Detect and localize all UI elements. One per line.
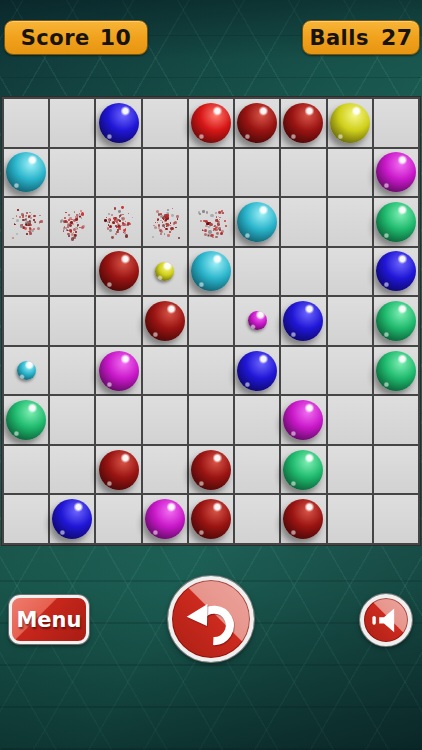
- explosion-debris-dot: [224, 220, 226, 222]
- explosion-debris-dot: [152, 236, 154, 238]
- cell-r3-c1[interactable]: [4, 198, 48, 246]
- cell-r6-c1[interactable]: [4, 347, 48, 395]
- explosion-debris-dot: [76, 222, 78, 224]
- score-value: 10: [100, 25, 132, 50]
- explosion-debris-dot: [127, 223, 130, 226]
- ball-dark-red[interactable]: [283, 103, 323, 143]
- ball-magenta[interactable]: [283, 400, 323, 440]
- cell-r7-c8[interactable]: [328, 396, 372, 444]
- explosion-debris-dot: [25, 215, 27, 217]
- explosion-debris-dot: [71, 237, 74, 240]
- cell-r2-c5[interactable]: [189, 149, 233, 197]
- cell-r2-c6[interactable]: [235, 149, 279, 197]
- explosion-debris-dot: [74, 211, 76, 213]
- game-screen: Score 10 Balls 27 Menu: [0, 0, 422, 750]
- cell-r9-c7[interactable]: [281, 495, 325, 543]
- cell-r1-c7[interactable]: [281, 99, 325, 147]
- explosion-debris-dot: [82, 225, 85, 228]
- ball-dark-red[interactable]: [99, 450, 139, 490]
- explosion-debris-dot: [200, 220, 202, 222]
- ball-blue[interactable]: [52, 499, 92, 539]
- explosion-debris-dot: [220, 232, 223, 235]
- explosion-debris-dot: [16, 233, 18, 235]
- explosion-debris-dot: [74, 234, 76, 236]
- ball-cyan[interactable]: [191, 251, 231, 291]
- undo-arrow-icon: [182, 590, 240, 648]
- cell-r6-c8[interactable]: [328, 347, 372, 395]
- explosion-debris-dot: [111, 214, 114, 217]
- explosion-debris-dot: [214, 225, 216, 227]
- cell-r3-c8[interactable]: [328, 198, 372, 246]
- cell-r4-c6[interactable]: [235, 248, 279, 296]
- cell-r4-c5[interactable]: [189, 248, 233, 296]
- explosion-debris-dot: [24, 227, 27, 230]
- explosion-debris-dot: [108, 213, 110, 215]
- explosion-debris-dot: [122, 214, 124, 216]
- explosion-debris-dot: [209, 223, 212, 226]
- cell-r9-c4[interactable]: [143, 495, 187, 543]
- ball-dark-red[interactable]: [99, 251, 139, 291]
- cell-r6-c4[interactable]: [143, 347, 187, 395]
- cell-r5-c5[interactable]: [189, 297, 233, 345]
- explosion-debris-dot: [210, 214, 213, 217]
- ball-dark-red[interactable]: [237, 103, 277, 143]
- cell-r6-c3[interactable]: [96, 347, 140, 395]
- cell-r6-c6[interactable]: [235, 347, 279, 395]
- cell-r8-c6[interactable]: [235, 446, 279, 494]
- menu-button-label: Menu: [16, 608, 81, 632]
- explosion-debris-dot: [199, 213, 201, 215]
- sound-button[interactable]: [360, 594, 412, 646]
- explosion-debris-dot: [118, 210, 120, 212]
- explosion-debris-dot: [175, 227, 177, 229]
- explosion-debris-dot: [30, 224, 32, 226]
- cell-r8-c2[interactable]: [50, 446, 94, 494]
- explosion-debris-dot: [16, 215, 18, 217]
- explosion-debris-dot: [211, 234, 214, 237]
- explosion-debris-dot: [80, 210, 82, 212]
- cell-r3-c4[interactable]: [143, 198, 187, 246]
- explosion-debris-dot: [37, 227, 40, 230]
- cell-r8-c9[interactable]: [374, 446, 418, 494]
- cell-r6-c5[interactable]: [189, 347, 233, 395]
- ball-magenta[interactable]: [376, 152, 416, 192]
- game-board[interactable]: [2, 97, 420, 545]
- cell-r1-c3[interactable]: [96, 99, 140, 147]
- cell-r2-c1[interactable]: [4, 149, 48, 197]
- explosion-debris-dot: [156, 210, 159, 213]
- cell-r7-c5[interactable]: [189, 396, 233, 444]
- explosion-debris-dot: [116, 231, 119, 234]
- cell-r1-c5[interactable]: [189, 99, 233, 147]
- explosion-debris-dot: [210, 226, 211, 227]
- cell-r7-c7[interactable]: [281, 396, 325, 444]
- cell-r3-c5[interactable]: [189, 198, 233, 246]
- ball-blue[interactable]: [237, 351, 277, 391]
- cell-r5-c7[interactable]: [281, 297, 325, 345]
- explosion-debris-dot: [26, 233, 28, 235]
- explosion-debris-dot: [167, 234, 170, 237]
- explosion-debris-dot: [118, 227, 120, 229]
- explosion-debris-dot: [35, 222, 36, 223]
- explosion-debris-dot: [75, 227, 78, 230]
- cell-r8-c1[interactable]: [4, 446, 48, 494]
- cell-r7-c2[interactable]: [50, 396, 94, 444]
- cell-r9-c2[interactable]: [50, 495, 94, 543]
- explosion-debris-dot: [63, 230, 64, 231]
- explosion-debris-dot: [107, 221, 109, 223]
- cell-r1-c8[interactable]: [328, 99, 372, 147]
- cell-r1-c6[interactable]: [235, 99, 279, 147]
- explosion-debris-dot: [40, 220, 42, 222]
- ball-blue[interactable]: [376, 251, 416, 291]
- explosion-debris-dot: [73, 219, 76, 222]
- speaker-icon: [369, 603, 403, 637]
- explosion-debris-dot: [116, 218, 118, 220]
- cell-r9-c8[interactable]: [328, 495, 372, 543]
- cell-r9-c1[interactable]: [4, 495, 48, 543]
- explosion-debris-dot: [202, 210, 204, 212]
- ball-magenta[interactable]: [145, 499, 185, 539]
- cell-r8-c5[interactable]: [189, 446, 233, 494]
- cell-r2-c2[interactable]: [50, 149, 94, 197]
- explosion-debris-dot: [123, 232, 124, 233]
- explosion-debris-dot: [31, 229, 34, 232]
- explosion-debris-dot: [81, 212, 84, 215]
- undo-button[interactable]: [168, 576, 254, 662]
- explosion-debris-dot: [65, 212, 66, 213]
- explosion-debris-dot: [178, 237, 180, 239]
- explosion-debris-dot: [166, 226, 167, 227]
- explosion-debris-dot: [158, 224, 161, 227]
- explosion-debris-dot: [173, 222, 176, 225]
- cell-r3-c9[interactable]: [374, 198, 418, 246]
- ball-green[interactable]: [376, 351, 416, 391]
- ball-dark-red[interactable]: [283, 499, 323, 539]
- explosion-debris-dot: [154, 226, 157, 229]
- cell-r5-c9[interactable]: [374, 297, 418, 345]
- balls-value: 27: [381, 25, 413, 50]
- preview-ball-cyan[interactable]: [17, 361, 36, 380]
- ball-blue[interactable]: [99, 103, 139, 143]
- explosion-debris-dot: [206, 211, 209, 214]
- preview-ball-yellow[interactable]: [155, 262, 174, 281]
- explosion-debris-dot: [213, 228, 215, 230]
- cell-r4-c3[interactable]: [96, 248, 140, 296]
- explosion-debris-dot: [160, 220, 161, 221]
- cell-r7-c9[interactable]: [374, 396, 418, 444]
- cell-r5-c2[interactable]: [50, 297, 94, 345]
- score-display: Score 10: [4, 20, 148, 55]
- explosion-debris-dot: [16, 219, 19, 222]
- ball-cyan[interactable]: [6, 152, 46, 192]
- explosion-debris-dot: [216, 226, 218, 228]
- explosion-debris-dot: [216, 232, 219, 235]
- ball-green[interactable]: [283, 450, 323, 490]
- cell-r3-c7[interactable]: [281, 198, 325, 246]
- cell-r5-c4[interactable]: [143, 297, 187, 345]
- cell-r8-c3[interactable]: [96, 446, 140, 494]
- ball-green[interactable]: [6, 400, 46, 440]
- preview-ball-magenta[interactable]: [248, 311, 267, 330]
- explosion-debris-dot: [12, 218, 13, 219]
- explosion-debris-dot: [172, 208, 173, 209]
- ball-dark-red[interactable]: [191, 499, 231, 539]
- explosion-debris-dot: [125, 221, 126, 222]
- cell-r3-c6[interactable]: [235, 198, 279, 246]
- ball-dark-red[interactable]: [145, 301, 185, 341]
- explosion-debris-dot: [124, 232, 126, 234]
- cell-r1-c2[interactable]: [50, 99, 94, 147]
- ball-red[interactable]: [191, 103, 231, 143]
- balls-display: Balls 27: [302, 20, 420, 55]
- cell-r5-c6[interactable]: [235, 297, 279, 345]
- explosion-debris-dot: [114, 207, 117, 210]
- cell-r7-c6[interactable]: [235, 396, 279, 444]
- cell-r9-c3[interactable]: [96, 495, 140, 543]
- cell-r3-c3[interactable]: [96, 198, 140, 246]
- explosion-debris-dot: [165, 223, 167, 225]
- explosion-debris-dot: [66, 229, 68, 231]
- explosion-debris-dot: [165, 228, 167, 230]
- explosion-debris-dot: [219, 217, 221, 219]
- cell-r9-c5[interactable]: [189, 495, 233, 543]
- cell-r9-c6[interactable]: [235, 495, 279, 543]
- explosion-debris-dot: [64, 217, 65, 218]
- explosion-debris-dot: [125, 234, 128, 237]
- cell-r6-c2[interactable]: [50, 347, 94, 395]
- cell-r1-c1[interactable]: [4, 99, 48, 147]
- cell-r2-c9[interactable]: [374, 149, 418, 197]
- ball-green[interactable]: [376, 301, 416, 341]
- explosion-debris-dot: [119, 217, 120, 218]
- cell-r7-c4[interactable]: [143, 396, 187, 444]
- explosion-debris-dot: [125, 228, 127, 230]
- cell-r4-c7[interactable]: [281, 248, 325, 296]
- cell-r6-c9[interactable]: [374, 347, 418, 395]
- explosion-debris-dot: [215, 212, 217, 214]
- explosion-debris-dot: [108, 218, 111, 221]
- cell-r4-c1[interactable]: [4, 248, 48, 296]
- explosion-debris-dot: [30, 217, 32, 219]
- cell-r1-c4[interactable]: [143, 99, 187, 147]
- explosion-debris-dot: [111, 236, 114, 239]
- explosion-debris-dot: [122, 217, 125, 220]
- menu-button[interactable]: Menu: [9, 595, 89, 644]
- explosion-debris-dot: [160, 230, 163, 233]
- explosion-debris-dot: [29, 220, 32, 223]
- explosion-debris-dot: [71, 219, 72, 220]
- explosion-debris-dot: [75, 231, 76, 232]
- explosion-debris-dot: [39, 215, 41, 217]
- explosion-debris-dot: [68, 235, 70, 237]
- explosion-debris-dot: [222, 212, 224, 214]
- explosion-debris-dot: [109, 225, 112, 228]
- explosion-debris-dot: [17, 209, 19, 211]
- explosion-debris-dot: [157, 222, 158, 223]
- cell-r8-c4[interactable]: [143, 446, 187, 494]
- explosion-debris-dot: [12, 237, 14, 239]
- explosion-debris-dot: [69, 229, 72, 232]
- explosion-debris-dot: [169, 231, 171, 233]
- explosion-debris-dot: [121, 206, 124, 209]
- cell-r4-c4[interactable]: [143, 248, 187, 296]
- explosion-debris-dot: [33, 215, 36, 218]
- cell-r4-c8[interactable]: [328, 248, 372, 296]
- cell-r2-c3[interactable]: [96, 149, 140, 197]
- cell-r4-c2[interactable]: [50, 248, 94, 296]
- ball-dark-red[interactable]: [191, 450, 231, 490]
- cell-r8-c8[interactable]: [328, 446, 372, 494]
- explosion-debris-dot: [158, 219, 159, 220]
- explosion-debris-dot: [115, 233, 117, 235]
- ball-yellow[interactable]: [330, 103, 370, 143]
- explosion-debris-dot: [68, 214, 70, 216]
- explosion-debris-dot: [79, 216, 81, 218]
- balls-label: Balls: [309, 26, 369, 50]
- explosion-debris-dot: [218, 211, 221, 214]
- explosion-debris-dot: [116, 226, 117, 227]
- explosion-debris-dot: [219, 229, 221, 231]
- ball-blue[interactable]: [283, 301, 323, 341]
- explosion-debris-dot: [65, 220, 66, 221]
- explosion-debris-dot: [33, 219, 34, 220]
- explosion-debris-dot: [155, 222, 156, 223]
- score-label: Score: [21, 26, 90, 50]
- cell-r9-c9[interactable]: [374, 495, 418, 543]
- explosion-debris-dot: [177, 218, 178, 219]
- explosion-debris-dot: [160, 233, 163, 236]
- ball-cyan[interactable]: [237, 202, 277, 242]
- explosion-debris-dot: [170, 225, 171, 226]
- explosion-debris-dot: [170, 222, 171, 223]
- explosion-debris-dot: [81, 217, 82, 218]
- explosion-debris-dot: [109, 229, 112, 232]
- explosion-debris-dot: [25, 219, 26, 220]
- cell-r7-c1[interactable]: [4, 396, 48, 444]
- cell-r7-c3[interactable]: [96, 396, 140, 444]
- explosion-debris-dot: [76, 214, 78, 216]
- ball-green[interactable]: [376, 202, 416, 242]
- cell-r8-c7[interactable]: [281, 446, 325, 494]
- explosion-debris-dot: [132, 217, 133, 218]
- explosion-debris-dot: [120, 214, 123, 217]
- explosion-debris-dot: [19, 216, 21, 218]
- explosion-debris-dot: [176, 215, 179, 218]
- explosion-debris-dot: [225, 225, 228, 228]
- explosion-debris-dot: [168, 224, 170, 226]
- explosion-debris-dot: [215, 236, 218, 239]
- explosion-debris-dot: [128, 213, 129, 214]
- cell-r2-c4[interactable]: [143, 149, 187, 197]
- explosion-debris-dot: [108, 224, 109, 225]
- cell-r5-c8[interactable]: [328, 297, 372, 345]
- explosion-debris-dot: [165, 214, 168, 217]
- cell-r5-c1[interactable]: [4, 297, 48, 345]
- cell-r2-c8[interactable]: [328, 149, 372, 197]
- explosion-debris-dot: [171, 214, 174, 217]
- cell-r1-c9[interactable]: [374, 99, 418, 147]
- explosion-debris-dot: [208, 226, 210, 228]
- cell-r4-c9[interactable]: [374, 248, 418, 296]
- explosion-debris-dot: [170, 227, 173, 230]
- cell-r2-c7[interactable]: [281, 149, 325, 197]
- cell-r6-c7[interactable]: [281, 347, 325, 395]
- explosion-debris-dot: [164, 233, 166, 235]
- explosion-debris-dot: [73, 232, 74, 233]
- cell-r3-c2[interactable]: [50, 198, 94, 246]
- explosion-debris-dot: [60, 220, 63, 223]
- explosion-debris-dot: [39, 223, 40, 224]
- ball-magenta[interactable]: [99, 351, 139, 391]
- cell-r5-c3[interactable]: [96, 297, 140, 345]
